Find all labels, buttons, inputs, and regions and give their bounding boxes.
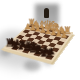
- piece-white-queen: ♛: [42, 18, 48, 30]
- chess-board: ♜♞♝♛♚♝♞♜♟♟♟♟♟♟♟♟♟♟♟♟♟♟♟♟♜♞♝♛♚♝♞♜: [2, 23, 73, 62]
- scene: ♜♞♝♛♚♝♞♜♟♟♟♟♟♟♟♟♟♟♟♟♟♟♟♟♜♞♝♛♚♝♞♜: [0, 0, 80, 80]
- square-h1: ♜: [63, 32, 71, 36]
- piece-white-king: ♚: [47, 19, 53, 32]
- chess-set-photo: ♜♞♝♛♚♝♞♜♟♟♟♟♟♟♟♟♟♟♟♟♟♟♟♟♜♞♝♛♚♝♞♜: [0, 0, 80, 80]
- square-c6: [23, 40, 31, 45]
